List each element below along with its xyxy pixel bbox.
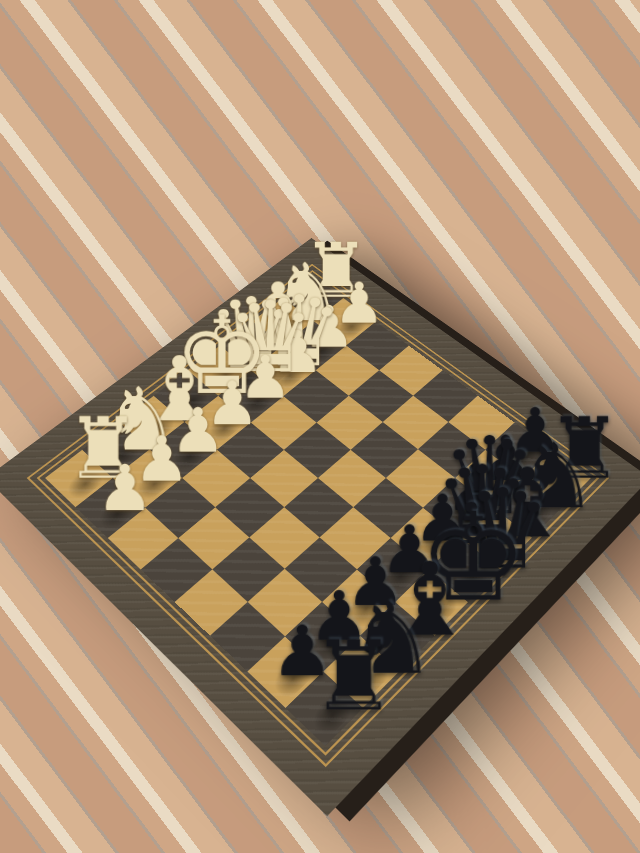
photo-scene: ♜♞♝♚♛♝♞♜♟♟♟♟♟♟♟♟♟♟♟♟♟♟♟♟♜♞♝♚♛♝♞♜♛♛♛♛ [0,0,640,853]
black-rook[interactable]: ♜ [310,633,365,720]
white-pawn[interactable]: ♟ [97,460,146,517]
